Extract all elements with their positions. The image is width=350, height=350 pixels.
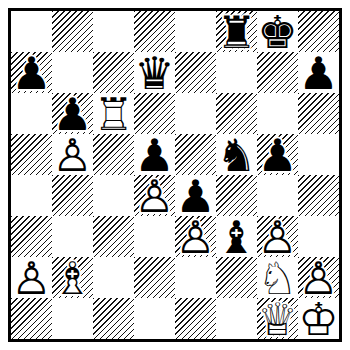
square-d4[interactable]: ♟♙ xyxy=(134,175,175,216)
white-rook-icon: ♖ xyxy=(93,93,134,134)
black-pawn-piece[interactable]: ♟♟ xyxy=(11,52,52,93)
square-g1[interactable]: ♛♕ xyxy=(257,298,298,339)
square-h3[interactable] xyxy=(298,216,339,257)
square-e4[interactable]: ♟♟ xyxy=(175,175,216,216)
white-rook-piece[interactable]: ♜♖ xyxy=(93,93,134,134)
square-f6[interactable] xyxy=(216,93,257,134)
black-knight-icon: ♞ xyxy=(216,134,257,175)
square-b3[interactable] xyxy=(52,216,93,257)
square-h4[interactable] xyxy=(298,175,339,216)
square-c6[interactable]: ♜♖ xyxy=(93,93,134,134)
black-rook-icon: ♜ xyxy=(216,11,257,52)
black-knight-piece[interactable]: ♞♞ xyxy=(216,134,257,175)
white-pawn-icon: ♙ xyxy=(257,216,298,257)
black-bishop-icon: ♝ xyxy=(216,216,257,257)
square-g4[interactable] xyxy=(257,175,298,216)
black-pawn-icon: ♟ xyxy=(257,134,298,175)
white-king-piece[interactable]: ♚♔ xyxy=(298,298,339,339)
square-g8[interactable]: ♚♚ xyxy=(257,11,298,52)
square-d1[interactable] xyxy=(134,298,175,339)
black-rook-piece[interactable]: ♜♜ xyxy=(216,11,257,52)
black-pawn-icon: ♟ xyxy=(175,175,216,216)
square-h5[interactable] xyxy=(298,134,339,175)
square-h2[interactable]: ♟♙ xyxy=(298,257,339,298)
white-pawn-piece[interactable]: ♟♙ xyxy=(257,216,298,257)
white-pawn-piece[interactable]: ♟♙ xyxy=(52,134,93,175)
square-h7[interactable]: ♟♟ xyxy=(298,52,339,93)
square-h8[interactable] xyxy=(298,11,339,52)
square-f2[interactable] xyxy=(216,257,257,298)
white-knight-piece[interactable]: ♞♘ xyxy=(257,257,298,298)
square-b1[interactable] xyxy=(52,298,93,339)
square-f4[interactable] xyxy=(216,175,257,216)
black-pawn-icon: ♟ xyxy=(11,52,52,93)
square-a8[interactable] xyxy=(11,11,52,52)
black-pawn-icon: ♟ xyxy=(134,134,175,175)
white-pawn-icon: ♙ xyxy=(11,257,52,298)
square-a3[interactable] xyxy=(11,216,52,257)
black-king-icon: ♚ xyxy=(257,11,298,52)
square-c3[interactable] xyxy=(93,216,134,257)
square-f3[interactable]: ♝♝ xyxy=(216,216,257,257)
black-pawn-icon: ♟ xyxy=(52,93,93,134)
white-pawn-piece[interactable]: ♟♙ xyxy=(134,175,175,216)
black-pawn-piece[interactable]: ♟♟ xyxy=(257,134,298,175)
square-g3[interactable]: ♟♙ xyxy=(257,216,298,257)
square-b6[interactable]: ♟♟ xyxy=(52,93,93,134)
square-c2[interactable] xyxy=(93,257,134,298)
square-b5[interactable]: ♟♙ xyxy=(52,134,93,175)
chess-board: ♜♜♚♚♟♟♛♛♟♟♟♟♜♖♟♙♟♟♞♞♟♟♟♙♟♟♟♙♝♝♟♙♟♙♝♗♞♘♟♙… xyxy=(11,11,339,339)
square-c5[interactable] xyxy=(93,134,134,175)
white-pawn-icon: ♙ xyxy=(134,175,175,216)
white-bishop-icon: ♗ xyxy=(52,257,93,298)
square-b8[interactable] xyxy=(52,11,93,52)
black-pawn-piece[interactable]: ♟♟ xyxy=(52,93,93,134)
chess-diagram-page: ♜♜♚♚♟♟♛♛♟♟♟♟♜♖♟♙♟♟♞♞♟♟♟♙♟♟♟♙♝♝♟♙♟♙♝♗♞♘♟♙… xyxy=(0,0,350,350)
white-queen-piece[interactable]: ♛♕ xyxy=(257,298,298,339)
square-d3[interactable] xyxy=(134,216,175,257)
black-queen-icon: ♛ xyxy=(134,52,175,93)
square-e1[interactable] xyxy=(175,298,216,339)
square-c1[interactable] xyxy=(93,298,134,339)
white-king-icon: ♔ xyxy=(298,298,339,339)
chess-board-frame: ♜♜♚♚♟♟♛♛♟♟♟♟♜♖♟♙♟♟♞♞♟♟♟♙♟♟♟♙♝♝♟♙♟♙♝♗♞♘♟♙… xyxy=(8,8,342,342)
square-g5[interactable]: ♟♟ xyxy=(257,134,298,175)
square-g6[interactable] xyxy=(257,93,298,134)
white-queen-icon: ♕ xyxy=(257,298,298,339)
square-a2[interactable]: ♟♙ xyxy=(11,257,52,298)
white-pawn-icon: ♙ xyxy=(52,134,93,175)
black-pawn-piece[interactable]: ♟♟ xyxy=(134,134,175,175)
black-pawn-icon: ♟ xyxy=(298,52,339,93)
square-c8[interactable] xyxy=(93,11,134,52)
white-bishop-piece[interactable]: ♝♗ xyxy=(52,257,93,298)
square-c7[interactable] xyxy=(93,52,134,93)
square-f8[interactable]: ♜♜ xyxy=(216,11,257,52)
white-pawn-piece[interactable]: ♟♙ xyxy=(11,257,52,298)
white-pawn-piece[interactable]: ♟♙ xyxy=(175,216,216,257)
square-a4[interactable] xyxy=(11,175,52,216)
square-f7[interactable] xyxy=(216,52,257,93)
square-d2[interactable] xyxy=(134,257,175,298)
square-d8[interactable] xyxy=(134,11,175,52)
square-e5[interactable] xyxy=(175,134,216,175)
black-pawn-piece[interactable]: ♟♟ xyxy=(298,52,339,93)
square-g2[interactable]: ♞♘ xyxy=(257,257,298,298)
square-d6[interactable] xyxy=(134,93,175,134)
square-b2[interactable]: ♝♗ xyxy=(52,257,93,298)
square-a5[interactable] xyxy=(11,134,52,175)
black-pawn-piece[interactable]: ♟♟ xyxy=(175,175,216,216)
square-c4[interactable] xyxy=(93,175,134,216)
black-queen-piece[interactable]: ♛♛ xyxy=(134,52,175,93)
square-d5[interactable]: ♟♟ xyxy=(134,134,175,175)
square-h6[interactable] xyxy=(298,93,339,134)
black-king-piece[interactable]: ♚♚ xyxy=(257,11,298,52)
square-g7[interactable] xyxy=(257,52,298,93)
square-d7[interactable]: ♛♛ xyxy=(134,52,175,93)
square-e7[interactable] xyxy=(175,52,216,93)
square-f5[interactable]: ♞♞ xyxy=(216,134,257,175)
white-pawn-icon: ♙ xyxy=(298,257,339,298)
square-b4[interactable] xyxy=(52,175,93,216)
square-b7[interactable] xyxy=(52,52,93,93)
square-e6[interactable] xyxy=(175,93,216,134)
square-e2[interactable] xyxy=(175,257,216,298)
square-e8[interactable] xyxy=(175,11,216,52)
square-a1[interactable] xyxy=(11,298,52,339)
square-h1[interactable]: ♚♔ xyxy=(298,298,339,339)
square-a7[interactable]: ♟♟ xyxy=(11,52,52,93)
white-knight-icon: ♘ xyxy=(257,257,298,298)
square-a6[interactable] xyxy=(11,93,52,134)
square-f1[interactable] xyxy=(216,298,257,339)
white-pawn-icon: ♙ xyxy=(175,216,216,257)
black-bishop-piece[interactable]: ♝♝ xyxy=(216,216,257,257)
white-pawn-piece[interactable]: ♟♙ xyxy=(298,257,339,298)
square-e3[interactable]: ♟♙ xyxy=(175,216,216,257)
